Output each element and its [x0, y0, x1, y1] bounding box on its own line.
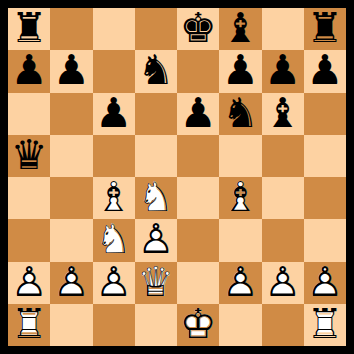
piece-glyph-fill: ♛ [137, 262, 174, 303]
piece-black-pawn[interactable]: ♟ [262, 50, 304, 92]
piece-white-king[interactable]: ♚♔ [177, 304, 219, 346]
piece-glyph-fill: ♜ [306, 304, 343, 345]
square-d6[interactable] [135, 93, 177, 135]
square-a4[interactable] [8, 177, 50, 219]
piece-glyph-outline: ♙ [95, 262, 132, 303]
square-g2[interactable]: ♟♙ [262, 262, 304, 304]
piece-glyph-outline: ♖ [11, 304, 48, 345]
square-a7[interactable]: ♟ [8, 50, 50, 92]
piece-glyph-fill: ♜ [11, 304, 48, 345]
piece-glyph-fill: ♟ [95, 262, 132, 303]
square-c6[interactable]: ♟ [93, 93, 135, 135]
piece-white-pawn[interactable]: ♟♙ [93, 262, 135, 304]
piece-black-bishop[interactable]: ♝ [262, 93, 304, 135]
square-g4[interactable] [262, 177, 304, 219]
square-c2[interactable]: ♟♙ [93, 262, 135, 304]
piece-white-pawn[interactable]: ♟♙ [219, 262, 261, 304]
piece-black-bishop[interactable]: ♝ [219, 8, 261, 50]
piece-glyph: ♜ [306, 8, 343, 49]
square-g1[interactable] [262, 304, 304, 346]
piece-glyph-fill: ♚ [180, 304, 217, 345]
square-f6[interactable]: ♞ [219, 93, 261, 135]
square-h3[interactable] [304, 219, 346, 261]
square-f4[interactable]: ♝♗ [219, 177, 261, 219]
piece-glyph: ♟ [11, 50, 48, 91]
square-d3[interactable]: ♟♙ [135, 219, 177, 261]
piece-white-queen[interactable]: ♛♕ [135, 262, 177, 304]
square-d1[interactable] [135, 304, 177, 346]
square-h1[interactable]: ♜♖ [304, 304, 346, 346]
square-h7[interactable]: ♟ [304, 50, 346, 92]
square-f7[interactable]: ♟ [219, 50, 261, 92]
piece-white-bishop[interactable]: ♝♗ [93, 177, 135, 219]
piece-black-knight[interactable]: ♞ [135, 50, 177, 92]
square-h6[interactable] [304, 93, 346, 135]
piece-glyph-outline: ♙ [306, 262, 343, 303]
square-b8[interactable] [50, 8, 92, 50]
piece-white-rook[interactable]: ♜♖ [304, 304, 346, 346]
square-e4[interactable] [177, 177, 219, 219]
square-h2[interactable]: ♟♙ [304, 262, 346, 304]
square-d8[interactable] [135, 8, 177, 50]
piece-glyph-fill: ♟ [264, 262, 301, 303]
piece-glyph-outline: ♙ [137, 219, 174, 260]
piece-black-pawn[interactable]: ♟ [219, 50, 261, 92]
piece-glyph: ♟ [53, 50, 90, 91]
piece-glyph-fill: ♟ [222, 262, 259, 303]
square-b3[interactable] [50, 219, 92, 261]
piece-white-pawn[interactable]: ♟♙ [304, 262, 346, 304]
piece-glyph-outline: ♗ [222, 177, 259, 218]
piece-black-rook[interactable]: ♜ [304, 8, 346, 50]
piece-glyph-fill: ♞ [137, 177, 174, 218]
piece-white-pawn[interactable]: ♟♙ [135, 219, 177, 261]
square-f5[interactable] [219, 135, 261, 177]
piece-glyph-outline: ♙ [53, 262, 90, 303]
piece-black-pawn[interactable]: ♟ [8, 50, 50, 92]
piece-glyph-outline: ♙ [264, 262, 301, 303]
square-h8[interactable]: ♜ [304, 8, 346, 50]
square-g7[interactable]: ♟ [262, 50, 304, 92]
square-a6[interactable] [8, 93, 50, 135]
square-e2[interactable] [177, 262, 219, 304]
square-c4[interactable]: ♝♗ [93, 177, 135, 219]
square-e5[interactable] [177, 135, 219, 177]
piece-black-queen[interactable]: ♛ [8, 135, 50, 177]
piece-glyph-fill: ♟ [11, 262, 48, 303]
piece-glyph-fill: ♞ [95, 219, 132, 260]
piece-black-king[interactable]: ♚ [177, 8, 219, 50]
square-a1[interactable]: ♜♖ [8, 304, 50, 346]
piece-white-pawn[interactable]: ♟♙ [262, 262, 304, 304]
piece-glyph: ♟ [264, 50, 301, 91]
square-b6[interactable] [50, 93, 92, 135]
piece-glyph: ♟ [222, 50, 259, 91]
piece-glyph-outline: ♘ [137, 177, 174, 218]
square-a2[interactable]: ♟♙ [8, 262, 50, 304]
square-b7[interactable]: ♟ [50, 50, 92, 92]
piece-white-pawn[interactable]: ♟♙ [8, 262, 50, 304]
piece-glyph: ♛ [11, 135, 48, 176]
square-d4[interactable]: ♞♘ [135, 177, 177, 219]
square-h4[interactable] [304, 177, 346, 219]
chess-board: ♜♚♝♜♟♟♞♟♟♟♟♟♞♝♛♝♗♞♘♝♗♞♘♟♙♟♙♟♙♟♙♛♕♟♙♟♙♟♙♜… [8, 8, 346, 346]
piece-glyph: ♟ [180, 93, 217, 134]
piece-glyph-outline: ♘ [95, 219, 132, 260]
square-e1[interactable]: ♚♔ [177, 304, 219, 346]
square-d2[interactable]: ♛♕ [135, 262, 177, 304]
square-c8[interactable] [93, 8, 135, 50]
piece-glyph: ♟ [95, 93, 132, 134]
piece-glyph: ♚ [180, 8, 217, 49]
piece-glyph-fill: ♝ [222, 177, 259, 218]
piece-glyph-fill: ♝ [95, 177, 132, 218]
piece-black-pawn[interactable]: ♟ [304, 50, 346, 92]
square-d7[interactable]: ♞ [135, 50, 177, 92]
piece-black-rook[interactable]: ♜ [8, 8, 50, 50]
square-e8[interactable]: ♚ [177, 8, 219, 50]
square-a3[interactable] [8, 219, 50, 261]
square-g6[interactable]: ♝ [262, 93, 304, 135]
square-h5[interactable] [304, 135, 346, 177]
square-b4[interactable] [50, 177, 92, 219]
piece-white-rook[interactable]: ♜♖ [8, 304, 50, 346]
square-f1[interactable] [219, 304, 261, 346]
piece-white-knight[interactable]: ♞♘ [135, 177, 177, 219]
square-a8[interactable]: ♜ [8, 8, 50, 50]
square-c5[interactable] [93, 135, 135, 177]
piece-white-knight[interactable]: ♞♘ [93, 219, 135, 261]
square-a5[interactable]: ♛ [8, 135, 50, 177]
piece-glyph: ♞ [137, 50, 174, 91]
square-e6[interactable]: ♟ [177, 93, 219, 135]
square-b2[interactable]: ♟♙ [50, 262, 92, 304]
square-d5[interactable] [135, 135, 177, 177]
piece-glyph-fill: ♟ [137, 219, 174, 260]
piece-glyph: ♟ [306, 50, 343, 91]
piece-glyph-outline: ♗ [95, 177, 132, 218]
square-g5[interactable] [262, 135, 304, 177]
piece-glyph: ♝ [264, 93, 301, 134]
square-g3[interactable] [262, 219, 304, 261]
piece-glyph-outline: ♙ [222, 262, 259, 303]
board-frame: ♜♚♝♜♟♟♞♟♟♟♟♟♞♝♛♝♗♞♘♝♗♞♘♟♙♟♙♟♙♟♙♛♕♟♙♟♙♟♙♜… [0, 0, 354, 354]
piece-glyph-outline: ♔ [180, 304, 217, 345]
piece-black-pawn[interactable]: ♟ [50, 50, 92, 92]
piece-glyph-fill: ♟ [53, 262, 90, 303]
square-b5[interactable] [50, 135, 92, 177]
square-c1[interactable] [93, 304, 135, 346]
square-g8[interactable] [262, 8, 304, 50]
piece-glyph: ♜ [11, 8, 48, 49]
square-c3[interactable]: ♞♘ [93, 219, 135, 261]
piece-glyph: ♞ [222, 93, 259, 134]
piece-black-pawn[interactable]: ♟ [177, 93, 219, 135]
square-e3[interactable] [177, 219, 219, 261]
piece-glyph-outline: ♕ [137, 262, 174, 303]
piece-white-bishop[interactable]: ♝♗ [219, 177, 261, 219]
piece-white-pawn[interactable]: ♟♙ [50, 262, 92, 304]
piece-black-pawn[interactable]: ♟ [93, 93, 135, 135]
piece-glyph-outline: ♖ [306, 304, 343, 345]
piece-glyph: ♝ [222, 8, 259, 49]
square-f3[interactable] [219, 219, 261, 261]
piece-glyph-fill: ♟ [306, 262, 343, 303]
square-e7[interactable] [177, 50, 219, 92]
square-f2[interactable]: ♟♙ [219, 262, 261, 304]
square-b1[interactable] [50, 304, 92, 346]
piece-black-knight[interactable]: ♞ [219, 93, 261, 135]
piece-glyph-outline: ♙ [11, 262, 48, 303]
square-f8[interactable]: ♝ [219, 8, 261, 50]
square-c7[interactable] [93, 50, 135, 92]
